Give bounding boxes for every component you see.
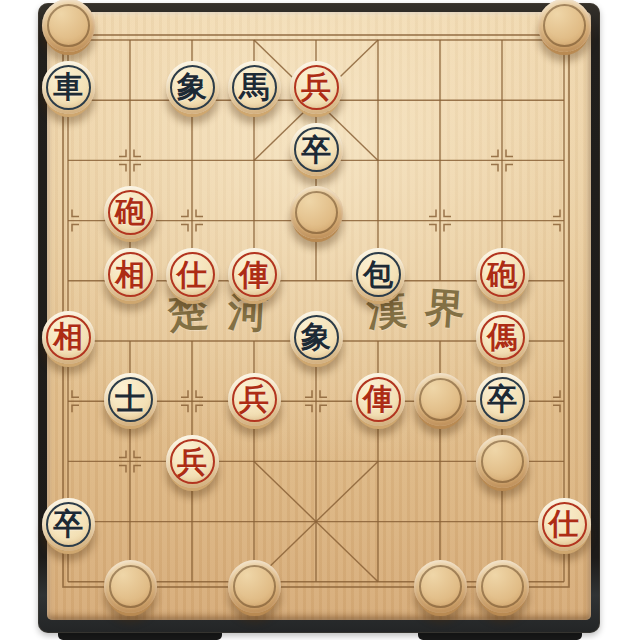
- xiangqi-app-window: 楚 河 漢 界 車象馬兵卒砲相仕俥包砲相象傌士兵俥卒兵卒仕: [0, 0, 640, 640]
- board-frame: 楚 河 漢 界 車象馬兵卒砲相仕俥包砲相象傌士兵俥卒兵卒仕: [38, 3, 600, 633]
- piece-black-soldier[interactable]: 卒: [42, 498, 95, 551]
- piece-hidden[interactable]: [228, 560, 281, 613]
- piece-red-soldier[interactable]: 兵: [166, 435, 219, 488]
- piece-glyph: 砲: [487, 260, 517, 290]
- piece-glyph: 砲: [115, 197, 145, 227]
- piece-red-advisor[interactable]: 仕: [538, 498, 591, 551]
- piece-glyph: 卒: [53, 509, 83, 539]
- piece-black-elephant[interactable]: 象: [166, 61, 219, 114]
- piece-glyph: 包: [363, 260, 393, 290]
- piece-hidden[interactable]: [42, 0, 95, 52]
- piece-glyph: 車: [53, 72, 83, 102]
- river-label-jie: 界: [424, 287, 467, 330]
- piece-hidden[interactable]: [476, 560, 529, 613]
- piece-glyph: 相: [115, 260, 145, 290]
- piece-glyph: 仕: [549, 509, 579, 539]
- piece-glyph: 相: [53, 322, 83, 352]
- piece-red-advisor[interactable]: 仕: [166, 248, 219, 301]
- piece-glyph: 馬: [239, 72, 269, 102]
- piece-black-horse[interactable]: 馬: [228, 61, 281, 114]
- piece-hidden[interactable]: [414, 560, 467, 613]
- board-surface[interactable]: 楚 河 漢 界 車象馬兵卒砲相仕俥包砲相象傌士兵俥卒兵卒仕: [47, 12, 591, 620]
- piece-glyph: 俥: [363, 384, 393, 414]
- piece-black-elephant[interactable]: 象: [290, 311, 343, 364]
- piece-black-cannon[interactable]: 包: [352, 248, 405, 301]
- piece-black-soldier[interactable]: 卒: [290, 123, 343, 176]
- piece-red-soldier[interactable]: 兵: [228, 373, 281, 426]
- piece-red-elephant[interactable]: 相: [42, 311, 95, 364]
- piece-black-soldier[interactable]: 卒: [476, 373, 529, 426]
- piece-hidden[interactable]: [290, 186, 343, 239]
- piece-glyph: 俥: [239, 260, 269, 290]
- piece-red-cannon[interactable]: 砲: [104, 186, 157, 239]
- piece-glyph: 仕: [177, 260, 207, 290]
- piece-glyph: 卒: [301, 135, 331, 165]
- piece-black-chariot[interactable]: 車: [42, 61, 95, 114]
- piece-hidden[interactable]: [414, 373, 467, 426]
- piece-glyph: 兵: [301, 72, 331, 102]
- piece-black-advisor[interactable]: 士: [104, 373, 157, 426]
- piece-red-cannon[interactable]: 砲: [476, 248, 529, 301]
- piece-hidden[interactable]: [538, 0, 591, 52]
- piece-glyph: 士: [115, 384, 145, 414]
- piece-glyph: 傌: [487, 322, 517, 352]
- piece-red-chariot[interactable]: 俥: [352, 373, 405, 426]
- piece-red-soldier[interactable]: 兵: [290, 61, 343, 114]
- piece-red-horse[interactable]: 傌: [476, 311, 529, 364]
- piece-glyph: 兵: [239, 384, 269, 414]
- piece-glyph: 象: [177, 72, 207, 102]
- piece-glyph: 卒: [487, 384, 517, 414]
- piece-hidden[interactable]: [104, 560, 157, 613]
- piece-glyph: 象: [301, 322, 331, 352]
- piece-hidden[interactable]: [476, 435, 529, 488]
- piece-red-chariot[interactable]: 俥: [228, 248, 281, 301]
- piece-red-elephant[interactable]: 相: [104, 248, 157, 301]
- piece-glyph: 兵: [177, 447, 207, 477]
